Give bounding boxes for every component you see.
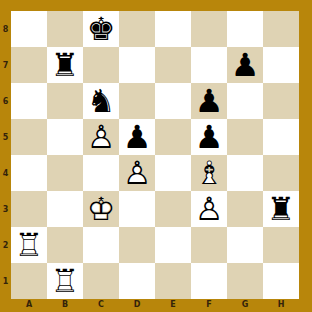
rank-label-8: 8 <box>0 11 11 47</box>
black-piece-glyph: ♜ <box>47 47 83 83</box>
square-c5[interactable]: ♟♙ <box>83 119 119 155</box>
square-d4[interactable]: ♟♙ <box>119 155 155 191</box>
square-b6[interactable] <box>47 83 83 119</box>
file-label-f: F <box>191 299 227 312</box>
white-rook-icon[interactable]: ♜♖ <box>47 263 83 299</box>
square-b3[interactable] <box>47 191 83 227</box>
square-e8[interactable] <box>155 11 191 47</box>
rank-label-7: 7 <box>0 47 11 83</box>
white-piece-outline-glyph: ♙ <box>119 155 155 191</box>
rank-label-3: 3 <box>0 191 11 227</box>
rank-label-4: 4 <box>0 155 11 191</box>
square-f8[interactable] <box>191 11 227 47</box>
square-c1[interactable] <box>83 263 119 299</box>
square-h8[interactable] <box>263 11 299 47</box>
square-c7[interactable] <box>83 47 119 83</box>
rank-label-6: 6 <box>0 83 11 119</box>
file-label-h: H <box>263 299 299 312</box>
black-rook-icon[interactable]: ♜ <box>47 47 83 83</box>
board-frame: ♚♜♟♞♟♟♙♟♟♟♙♝♗♚♔♟♙♜♜♖♜♖ 87654321ABCDEFGH <box>0 0 312 312</box>
square-e2[interactable] <box>155 227 191 263</box>
square-h7[interactable] <box>263 47 299 83</box>
square-f4[interactable]: ♝♗ <box>191 155 227 191</box>
black-pawn-icon[interactable]: ♟ <box>191 119 227 155</box>
square-c3[interactable]: ♚♔ <box>83 191 119 227</box>
white-bishop-icon[interactable]: ♝♗ <box>191 155 227 191</box>
file-label-e: E <box>155 299 191 312</box>
square-d7[interactable] <box>119 47 155 83</box>
white-piece-outline-glyph: ♖ <box>47 263 83 299</box>
white-piece-outline-glyph: ♙ <box>83 119 119 155</box>
square-e5[interactable] <box>155 119 191 155</box>
square-f6[interactable]: ♟ <box>191 83 227 119</box>
black-piece-glyph: ♟ <box>119 119 155 155</box>
square-a2[interactable]: ♜♖ <box>11 227 47 263</box>
square-f7[interactable] <box>191 47 227 83</box>
black-piece-glyph: ♟ <box>191 83 227 119</box>
square-f1[interactable] <box>191 263 227 299</box>
black-knight-icon[interactable]: ♞ <box>83 83 119 119</box>
square-a4[interactable] <box>11 155 47 191</box>
square-a3[interactable] <box>11 191 47 227</box>
square-d2[interactable] <box>119 227 155 263</box>
square-g6[interactable] <box>227 83 263 119</box>
square-e1[interactable] <box>155 263 191 299</box>
square-f2[interactable] <box>191 227 227 263</box>
square-b8[interactable] <box>47 11 83 47</box>
square-e3[interactable] <box>155 191 191 227</box>
white-rook-icon[interactable]: ♜♖ <box>11 227 47 263</box>
black-piece-glyph: ♟ <box>191 119 227 155</box>
square-g5[interactable] <box>227 119 263 155</box>
square-g2[interactable] <box>227 227 263 263</box>
rank-label-5: 5 <box>0 119 11 155</box>
black-pawn-icon[interactable]: ♟ <box>227 47 263 83</box>
square-f3[interactable]: ♟♙ <box>191 191 227 227</box>
square-b1[interactable]: ♜♖ <box>47 263 83 299</box>
square-a5[interactable] <box>11 119 47 155</box>
square-a8[interactable] <box>11 11 47 47</box>
square-g1[interactable] <box>227 263 263 299</box>
square-e7[interactable] <box>155 47 191 83</box>
square-c6[interactable]: ♞ <box>83 83 119 119</box>
file-label-b: B <box>47 299 83 312</box>
square-h4[interactable] <box>263 155 299 191</box>
square-d8[interactable] <box>119 11 155 47</box>
white-piece-outline-glyph: ♔ <box>83 191 119 227</box>
square-h2[interactable] <box>263 227 299 263</box>
black-pawn-icon[interactable]: ♟ <box>191 83 227 119</box>
square-d6[interactable] <box>119 83 155 119</box>
square-c4[interactable] <box>83 155 119 191</box>
black-piece-glyph: ♟ <box>227 47 263 83</box>
square-g7[interactable]: ♟ <box>227 47 263 83</box>
square-c2[interactable] <box>83 227 119 263</box>
square-g8[interactable] <box>227 11 263 47</box>
square-d1[interactable] <box>119 263 155 299</box>
white-piece-outline-glyph: ♙ <box>191 191 227 227</box>
white-piece-outline-glyph: ♗ <box>191 155 227 191</box>
square-b4[interactable] <box>47 155 83 191</box>
square-e6[interactable] <box>155 83 191 119</box>
file-label-a: A <box>11 299 47 312</box>
rank-label-2: 2 <box>0 227 11 263</box>
black-piece-glyph: ♞ <box>83 83 119 119</box>
white-pawn-icon[interactable]: ♟♙ <box>83 119 119 155</box>
square-g3[interactable] <box>227 191 263 227</box>
black-king-icon[interactable]: ♚ <box>83 11 119 47</box>
black-pawn-icon[interactable]: ♟ <box>119 119 155 155</box>
white-pawn-icon[interactable]: ♟♙ <box>191 191 227 227</box>
square-a7[interactable] <box>11 47 47 83</box>
square-a6[interactable] <box>11 83 47 119</box>
file-label-g: G <box>227 299 263 312</box>
square-f5[interactable]: ♟ <box>191 119 227 155</box>
square-h6[interactable] <box>263 83 299 119</box>
white-pawn-icon[interactable]: ♟♙ <box>119 155 155 191</box>
white-piece-outline-glyph: ♖ <box>11 227 47 263</box>
square-g4[interactable] <box>227 155 263 191</box>
square-h1[interactable] <box>263 263 299 299</box>
square-a1[interactable] <box>11 263 47 299</box>
chess-board: ♚♜♟♞♟♟♙♟♟♟♙♝♗♚♔♟♙♜♜♖♜♖ <box>11 11 299 299</box>
square-c8[interactable]: ♚ <box>83 11 119 47</box>
square-h3[interactable]: ♜ <box>263 191 299 227</box>
square-d3[interactable] <box>119 191 155 227</box>
square-b7[interactable]: ♜ <box>47 47 83 83</box>
square-e4[interactable] <box>155 155 191 191</box>
square-b2[interactable] <box>47 227 83 263</box>
black-rook-icon[interactable]: ♜ <box>263 191 299 227</box>
file-label-c: C <box>83 299 119 312</box>
rank-label-1: 1 <box>0 263 11 299</box>
square-d5[interactable]: ♟ <box>119 119 155 155</box>
square-b5[interactable] <box>47 119 83 155</box>
file-label-d: D <box>119 299 155 312</box>
white-king-icon[interactable]: ♚♔ <box>83 191 119 227</box>
black-piece-glyph: ♜ <box>263 191 299 227</box>
square-h5[interactable] <box>263 119 299 155</box>
black-piece-glyph: ♚ <box>83 11 119 47</box>
